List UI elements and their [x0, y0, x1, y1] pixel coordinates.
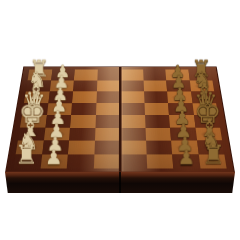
glare-and-hinge-overlay: [6, 67, 234, 172]
scene: ♜♟♟♜♞♟♟♞♝♟♟♝♛♟♟♛♚♟♟♚♝♟♟♝♞♟♟♞♜♟♟♜: [0, 0, 240, 240]
chess-board: ♜♟♟♜♞♟♟♞♝♟♟♝♛♟♟♛♚♟♟♚♝♟♟♝♞♟♟♞♜♟♟♜: [5, 67, 235, 173]
board-box-base: [5, 172, 235, 193]
chess-set-photo: ♜♟♟♜♞♟♟♞♝♟♟♝♛♟♟♛♚♟♟♚♝♟♟♝♞♟♟♞♜♟♟♜: [0, 0, 240, 240]
